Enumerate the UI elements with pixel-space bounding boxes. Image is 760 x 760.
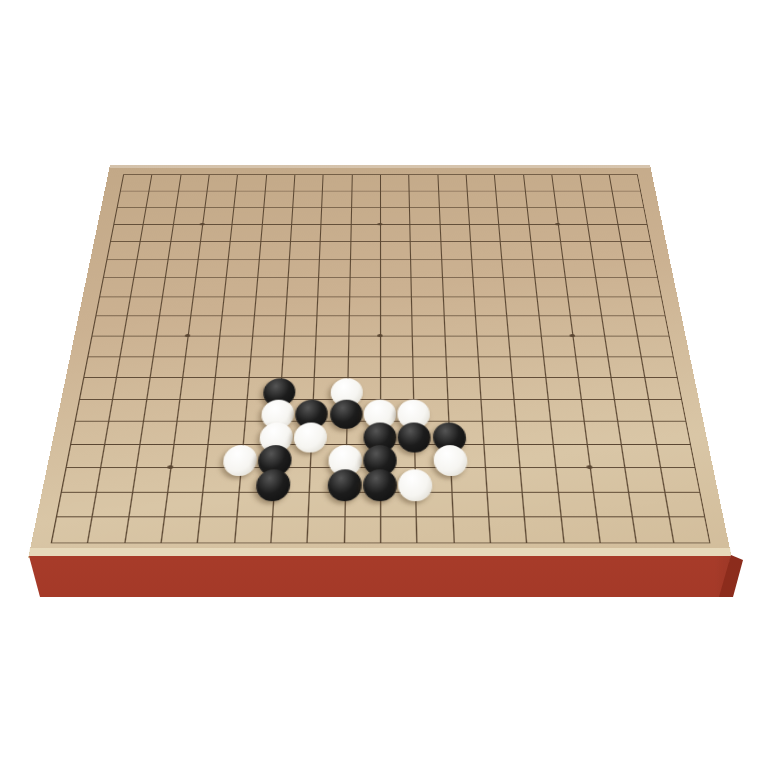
grid-cell xyxy=(290,224,321,241)
grid-cell xyxy=(409,190,439,207)
grid-cell xyxy=(560,517,599,543)
grid-cell xyxy=(120,336,156,356)
grid-cell xyxy=(182,356,217,377)
grid-cell xyxy=(538,316,572,336)
grid-cell xyxy=(56,492,96,517)
grid-cell xyxy=(580,174,611,190)
grid-cell xyxy=(486,492,524,517)
grid-cell xyxy=(524,517,563,543)
grid-cell xyxy=(437,174,467,190)
grid-cell xyxy=(260,224,291,241)
grid-cell xyxy=(113,207,146,224)
grid-cell xyxy=(210,399,246,421)
grid-cell xyxy=(520,467,558,491)
grid-cell xyxy=(234,517,272,543)
grid-cell xyxy=(380,377,413,399)
grid-cell xyxy=(466,174,496,190)
grid-cell xyxy=(412,336,445,356)
grid-cell xyxy=(143,207,175,224)
grid-cell xyxy=(625,467,664,491)
grid-cell xyxy=(96,467,135,491)
grid-cell xyxy=(146,377,182,399)
grid-cell xyxy=(99,278,133,297)
grid-cell xyxy=(213,377,248,399)
grid-cell xyxy=(200,224,232,241)
grid-cell xyxy=(316,316,348,336)
grid-cell xyxy=(572,336,607,356)
grid-cell xyxy=(651,421,689,444)
grid-cell xyxy=(444,336,477,356)
grid-cell xyxy=(380,517,417,543)
grid-cell xyxy=(292,190,322,207)
grid-cell xyxy=(628,492,668,517)
grid-cell xyxy=(284,316,317,336)
grid-cell xyxy=(555,467,593,491)
grid-cell xyxy=(472,278,504,297)
grid-cell xyxy=(516,421,552,444)
grid-cell xyxy=(224,278,257,297)
grid-cell xyxy=(380,278,411,297)
grid-cell xyxy=(479,377,514,399)
grid-cell xyxy=(593,259,627,277)
grid-cell xyxy=(281,356,315,377)
grid-cell xyxy=(558,224,590,241)
grid-cell xyxy=(442,296,474,315)
grid-cell xyxy=(416,517,453,543)
grid-cell xyxy=(380,174,409,190)
grid-cell xyxy=(226,259,258,277)
grid-cell xyxy=(262,207,293,224)
grid-cell xyxy=(380,207,410,224)
grid-cell xyxy=(217,336,251,356)
grid-cell xyxy=(253,296,286,315)
grid-cell xyxy=(234,190,265,207)
grid-cell xyxy=(623,259,657,277)
grid-cell xyxy=(208,421,244,444)
grid-cell xyxy=(488,517,526,543)
grid-cell xyxy=(596,278,630,297)
grid-cell xyxy=(178,174,209,190)
grid-cell xyxy=(173,207,205,224)
grid-cell xyxy=(120,174,152,190)
grid-cell xyxy=(95,296,130,315)
grid-cell xyxy=(258,241,290,259)
grid-cell xyxy=(264,174,294,190)
grid-cell xyxy=(318,259,349,277)
grid-cell xyxy=(123,316,158,336)
star-point xyxy=(555,223,561,226)
grid-cell xyxy=(236,174,266,190)
grid-cell xyxy=(446,377,480,399)
grid-cell xyxy=(282,336,315,356)
grid-cell xyxy=(496,190,527,207)
grid-cell xyxy=(614,207,647,224)
grid-cell xyxy=(660,467,700,491)
grid-cell xyxy=(502,259,534,277)
grid-cell xyxy=(170,224,202,241)
grid-cell xyxy=(443,316,476,336)
grid-cell xyxy=(318,278,350,297)
grid-cell xyxy=(380,190,409,207)
grid-cell xyxy=(222,296,255,315)
grid-cell xyxy=(162,278,196,297)
grid-cell xyxy=(621,444,660,468)
grid-cell xyxy=(321,207,351,224)
grid-cell xyxy=(551,174,582,190)
grid-cell xyxy=(185,336,220,356)
grid-cell xyxy=(263,190,293,207)
grid-cell xyxy=(560,241,593,259)
grid-cell xyxy=(536,296,570,315)
grid-cell xyxy=(604,336,640,356)
grid-cell xyxy=(410,241,441,259)
grid-cell xyxy=(547,399,583,421)
grid-cell xyxy=(413,356,446,377)
grid-cell xyxy=(510,356,545,377)
grid-cell xyxy=(250,336,284,356)
grid-cell xyxy=(347,356,380,377)
grid-cell xyxy=(668,517,709,543)
grid-cell xyxy=(349,278,380,297)
grid-cell xyxy=(447,399,482,421)
grid-cell xyxy=(410,259,441,277)
grid-cell xyxy=(146,190,178,207)
grid-cell xyxy=(135,444,173,468)
grid-cell xyxy=(200,492,238,517)
grid-cell xyxy=(526,207,557,224)
grid-cell xyxy=(565,278,599,297)
grid-cell xyxy=(451,492,488,517)
grid-cell xyxy=(230,224,262,241)
grid-cell xyxy=(132,467,171,491)
grid-cell xyxy=(587,224,620,241)
grid-cell xyxy=(534,278,567,297)
grid-cell xyxy=(507,316,541,336)
grid-cell xyxy=(543,356,578,377)
grid-cell xyxy=(413,377,447,399)
grid-cell xyxy=(380,316,412,336)
grid-cell xyxy=(164,259,197,277)
grid-cell xyxy=(478,356,512,377)
star-point xyxy=(377,223,382,226)
grid-cell xyxy=(286,278,318,297)
grid-cell xyxy=(317,296,349,315)
grid-cell xyxy=(512,377,547,399)
grid-cell xyxy=(320,224,350,241)
grid-cell xyxy=(614,399,651,421)
grid-cell xyxy=(524,190,555,207)
grid-cell xyxy=(617,224,650,241)
grid-cell xyxy=(540,336,575,356)
grid-cell xyxy=(575,356,611,377)
grid-cell xyxy=(380,356,413,377)
grid-cell xyxy=(128,492,167,517)
white-stone: ● xyxy=(433,445,468,476)
grid-cell xyxy=(307,517,344,543)
grid-cell xyxy=(288,259,320,277)
grid-cell xyxy=(440,241,471,259)
grid-cell xyxy=(215,356,250,377)
grid-cell xyxy=(291,207,321,224)
grid-cell xyxy=(508,336,542,356)
grid-cell xyxy=(474,296,507,315)
grid-cell xyxy=(438,190,468,207)
grid-cell xyxy=(350,241,380,259)
grid-cell xyxy=(584,421,621,444)
grid-cell xyxy=(188,316,222,336)
grid-cell xyxy=(105,421,143,444)
grid-cell xyxy=(195,259,228,277)
grid-cell xyxy=(127,296,162,315)
grid-cell xyxy=(319,241,350,259)
grid-cell xyxy=(611,190,643,207)
grid-cell xyxy=(92,492,132,517)
grid-cell xyxy=(644,377,681,399)
grid-cell xyxy=(503,278,536,297)
grid-cell xyxy=(350,224,380,241)
grid-cell xyxy=(409,174,438,190)
grid-cell xyxy=(347,336,380,356)
grid-cell xyxy=(156,316,191,336)
grid-cell xyxy=(380,241,410,259)
grid-cell xyxy=(562,259,595,277)
grid-cell xyxy=(468,207,499,224)
black-stone: ● xyxy=(398,422,432,452)
grid-cell xyxy=(567,296,601,315)
grid-cell xyxy=(252,316,285,336)
grid-cell xyxy=(596,517,636,543)
grid-cell xyxy=(66,444,105,468)
grid-cell xyxy=(140,224,173,241)
grid-cell xyxy=(608,174,640,190)
grid-cell xyxy=(139,421,176,444)
grid-cell xyxy=(452,517,490,543)
grid-cell xyxy=(585,207,617,224)
grid-cell xyxy=(570,316,605,336)
grid-cell xyxy=(514,399,550,421)
grid-cell xyxy=(485,467,522,491)
grid-cell xyxy=(494,174,524,190)
grid-cell xyxy=(581,399,618,421)
grid-cell xyxy=(175,190,206,207)
grid-cell xyxy=(530,241,562,259)
grid-cell xyxy=(557,492,596,517)
grid-cell xyxy=(471,259,503,277)
grid-cell xyxy=(106,241,140,259)
grid-cell xyxy=(380,296,412,315)
grid-cell xyxy=(601,316,636,336)
grid-cell xyxy=(469,224,500,241)
grid-cell xyxy=(505,296,538,315)
grid-cell xyxy=(207,174,238,190)
grid-cell xyxy=(636,336,672,356)
grid-cell xyxy=(124,517,164,543)
grid-cell xyxy=(532,259,565,277)
grid-cell xyxy=(582,190,614,207)
grid-cell xyxy=(202,207,233,224)
grid-cell xyxy=(193,278,226,297)
grid-cell xyxy=(626,278,661,297)
grid-cell xyxy=(475,316,508,336)
grid-cell xyxy=(552,444,590,468)
grid-cell xyxy=(91,316,127,336)
grid-cell xyxy=(476,336,510,356)
grid-cell xyxy=(176,399,212,421)
grid-cell xyxy=(442,278,474,297)
star-point xyxy=(377,334,383,337)
grid-cell xyxy=(167,467,205,491)
grid-cell xyxy=(130,278,164,297)
grid-cell xyxy=(70,421,108,444)
grid-cell xyxy=(117,190,149,207)
grid-cell xyxy=(61,467,101,491)
grid-cell xyxy=(578,377,614,399)
grid-cell xyxy=(608,356,644,377)
grid-cell xyxy=(483,444,519,468)
grid-cell xyxy=(179,377,215,399)
grid-cell xyxy=(285,296,317,315)
grid-cell xyxy=(523,174,554,190)
grid-cell xyxy=(109,399,146,421)
grid-cell xyxy=(348,316,380,336)
go-board-product-photo: ●●●●●●●●●●●●●●●●●●●●● xyxy=(0,0,760,760)
grid-cell xyxy=(173,421,210,444)
star-point xyxy=(569,334,575,337)
grid-cell xyxy=(467,190,497,207)
grid-cell xyxy=(343,517,380,543)
grid-cell xyxy=(255,278,287,297)
grid-cell xyxy=(161,517,200,543)
grid-cell xyxy=(633,316,669,336)
grid-cell xyxy=(590,467,629,491)
grid-cell xyxy=(630,296,665,315)
grid-cell xyxy=(522,492,560,517)
grid-cell xyxy=(232,207,263,224)
grid-cell xyxy=(528,224,560,241)
grid-cell xyxy=(380,259,411,277)
grid-cell xyxy=(411,278,443,297)
grid-cell xyxy=(164,492,203,517)
grid-cell xyxy=(257,259,289,277)
grid-cell xyxy=(321,190,351,207)
grid-cell xyxy=(593,492,632,517)
grid-cell xyxy=(351,174,380,190)
grid-cell xyxy=(598,296,633,315)
grid-cell xyxy=(500,241,532,259)
grid-cell xyxy=(655,444,694,468)
grid-cell xyxy=(482,421,518,444)
grid-cell xyxy=(110,224,143,241)
grid-cell xyxy=(143,399,180,421)
grid-cell xyxy=(100,444,139,468)
grid-cell xyxy=(204,190,235,207)
grid-cell xyxy=(314,356,347,377)
grid-cell xyxy=(664,492,704,517)
grid-cell xyxy=(149,356,185,377)
grid-cell xyxy=(79,377,116,399)
grid-cell xyxy=(270,517,308,543)
grid-cell xyxy=(83,356,120,377)
grid-cell xyxy=(350,207,380,224)
grid-cell xyxy=(412,316,444,336)
grid-cell xyxy=(152,336,187,356)
grid-cell xyxy=(112,377,149,399)
grid-cell xyxy=(498,224,530,241)
grid-cell xyxy=(439,224,470,241)
grid-cell xyxy=(632,517,673,543)
grid-cell xyxy=(611,377,648,399)
grid-cell xyxy=(480,399,515,421)
grid-cell xyxy=(289,241,320,259)
grid-cell xyxy=(545,377,581,399)
grid-cell xyxy=(87,517,128,543)
grid-cell xyxy=(617,421,655,444)
grid-cell xyxy=(51,517,92,543)
grid-cell xyxy=(293,174,323,190)
go-board: ●●●●●●●●●●●●●●●●●●●●● xyxy=(28,165,732,558)
grid-cell xyxy=(149,174,180,190)
grid-cell xyxy=(380,224,410,241)
grid-cell xyxy=(322,174,351,190)
grid-cell xyxy=(349,259,380,277)
grid-cell xyxy=(441,259,473,277)
grid-cell xyxy=(409,207,439,224)
grid-cell xyxy=(167,241,200,259)
grid-cell xyxy=(556,207,588,224)
grid-cell xyxy=(137,241,170,259)
black-stone: ● xyxy=(363,469,397,501)
grid-cell xyxy=(348,296,380,315)
grid-cell xyxy=(228,241,260,259)
grid-cell xyxy=(116,356,152,377)
grid-cell xyxy=(75,399,113,421)
grid-cell xyxy=(590,241,623,259)
grid-cell xyxy=(248,356,282,377)
white-stone: ● xyxy=(398,469,433,501)
grid-cell xyxy=(550,421,587,444)
grid-cell xyxy=(410,224,440,241)
grid-cell xyxy=(518,444,555,468)
grid-cell xyxy=(190,296,224,315)
grid-cell xyxy=(170,444,208,468)
grid-cell xyxy=(197,517,236,543)
grid-cell xyxy=(587,444,625,468)
grid-cell xyxy=(315,336,348,356)
grid-cell xyxy=(198,241,230,259)
grid-cell xyxy=(620,241,654,259)
grid-cell xyxy=(445,356,479,377)
grid-cell xyxy=(553,190,584,207)
grid-cell xyxy=(159,296,193,315)
grid-cell xyxy=(380,336,413,356)
grid-cell xyxy=(103,259,137,277)
grid-cell xyxy=(134,259,168,277)
grid-cell xyxy=(497,207,528,224)
grid-cell xyxy=(87,336,123,356)
grid-cell xyxy=(351,190,380,207)
grid-cell xyxy=(411,296,443,315)
grid-cell xyxy=(438,207,468,224)
grid-cell xyxy=(220,316,254,336)
grid-cell xyxy=(640,356,677,377)
grid-cell xyxy=(470,241,502,259)
grid-cell xyxy=(648,399,686,421)
